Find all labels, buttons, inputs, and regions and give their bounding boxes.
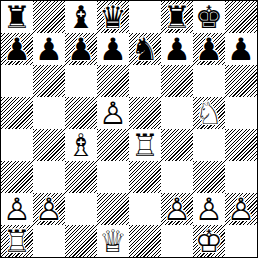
- square-f3[interactable]: [161, 161, 193, 193]
- black-pawn-icon: ♟: [161, 33, 193, 65]
- square-b6[interactable]: [33, 65, 65, 97]
- square-e8[interactable]: [129, 1, 161, 33]
- square-c7[interactable]: ♟: [65, 33, 97, 65]
- square-c3[interactable]: [65, 161, 97, 193]
- square-h3[interactable]: [225, 161, 257, 193]
- white-pawn-outline-icon: ♙: [33, 193, 65, 225]
- black-rook-icon: ♜: [161, 1, 193, 33]
- square-f6[interactable]: [161, 65, 193, 97]
- black-rook-icon: ♜: [1, 1, 33, 33]
- square-a4[interactable]: [1, 129, 33, 161]
- black-king-icon: ♚: [193, 1, 225, 33]
- square-g7[interactable]: ♟: [193, 33, 225, 65]
- square-b8[interactable]: [33, 1, 65, 33]
- white-rook-icon: ♜: [129, 129, 161, 161]
- square-d8[interactable]: ♛: [97, 1, 129, 33]
- square-e5[interactable]: [129, 97, 161, 129]
- square-f2[interactable]: ♟♙: [161, 193, 193, 225]
- square-h8[interactable]: [225, 1, 257, 33]
- square-d5[interactable]: ♟♙: [97, 97, 129, 129]
- square-f7[interactable]: ♟: [161, 33, 193, 65]
- square-h2[interactable]: ♟♙: [225, 193, 257, 225]
- white-king-outline-icon: ♔: [193, 225, 225, 257]
- square-h4[interactable]: [225, 129, 257, 161]
- square-f1[interactable]: [161, 225, 193, 257]
- square-h1[interactable]: [225, 225, 257, 257]
- white-bishop-icon: ♝: [65, 129, 97, 161]
- square-b1[interactable]: [33, 225, 65, 257]
- square-a1[interactable]: ♜♖: [1, 225, 33, 257]
- square-h5[interactable]: [225, 97, 257, 129]
- square-b2[interactable]: ♟♙: [33, 193, 65, 225]
- square-c1[interactable]: [65, 225, 97, 257]
- white-pawn-icon: ♟: [161, 193, 193, 225]
- square-e7[interactable]: ♞: [129, 33, 161, 65]
- square-d7[interactable]: ♟: [97, 33, 129, 65]
- square-g5[interactable]: ♞♘: [193, 97, 225, 129]
- square-a7[interactable]: ♟: [1, 33, 33, 65]
- square-g6[interactable]: [193, 65, 225, 97]
- square-c2[interactable]: [65, 193, 97, 225]
- white-queen-icon: ♛: [97, 225, 129, 257]
- square-b5[interactable]: [33, 97, 65, 129]
- chess-diagram: ♜♝♛♜♚♟♟♟♟♞♟♟♟♟♙♞♘♝♗♜♖♟♙♟♙♟♙♟♙♟♙♜♖♛♕♚♔: [0, 0, 258, 258]
- square-g3[interactable]: [193, 161, 225, 193]
- white-pawn-outline-icon: ♙: [193, 193, 225, 225]
- square-c5[interactable]: [65, 97, 97, 129]
- square-d4[interactable]: [97, 129, 129, 161]
- square-d6[interactable]: [97, 65, 129, 97]
- square-e2[interactable]: [129, 193, 161, 225]
- square-f8[interactable]: ♜: [161, 1, 193, 33]
- square-a5[interactable]: [1, 97, 33, 129]
- white-pawn-outline-icon: ♙: [225, 193, 257, 225]
- square-a8[interactable]: ♜: [1, 1, 33, 33]
- square-e4[interactable]: ♜♖: [129, 129, 161, 161]
- square-h7[interactable]: ♟: [225, 33, 257, 65]
- square-a3[interactable]: [1, 161, 33, 193]
- black-pawn-icon: ♟: [193, 33, 225, 65]
- white-knight-outline-icon: ♘: [193, 97, 225, 129]
- square-e1[interactable]: [129, 225, 161, 257]
- white-rook-outline-icon: ♖: [1, 225, 33, 257]
- white-pawn-outline-icon: ♙: [161, 193, 193, 225]
- white-rook-outline-icon: ♖: [129, 129, 161, 161]
- square-g2[interactable]: ♟♙: [193, 193, 225, 225]
- black-pawn-icon: ♟: [33, 33, 65, 65]
- square-f5[interactable]: [161, 97, 193, 129]
- square-c6[interactable]: [65, 65, 97, 97]
- black-pawn-icon: ♟: [97, 33, 129, 65]
- square-a6[interactable]: [1, 65, 33, 97]
- square-d1[interactable]: ♛♕: [97, 225, 129, 257]
- square-b3[interactable]: [33, 161, 65, 193]
- black-pawn-icon: ♟: [65, 33, 97, 65]
- white-pawn-icon: ♟: [1, 193, 33, 225]
- black-pawn-icon: ♟: [1, 33, 33, 65]
- square-f4[interactable]: [161, 129, 193, 161]
- square-c4[interactable]: ♝♗: [65, 129, 97, 161]
- square-g8[interactable]: ♚: [193, 1, 225, 33]
- white-pawn-icon: ♟: [97, 97, 129, 129]
- square-d3[interactable]: [97, 161, 129, 193]
- square-e6[interactable]: [129, 65, 161, 97]
- square-a2[interactable]: ♟♙: [1, 193, 33, 225]
- white-pawn-outline-icon: ♙: [1, 193, 33, 225]
- white-king-icon: ♚: [193, 225, 225, 257]
- square-h6[interactable]: [225, 65, 257, 97]
- white-pawn-icon: ♟: [193, 193, 225, 225]
- white-pawn-outline-icon: ♙: [97, 97, 129, 129]
- square-c8[interactable]: ♝: [65, 1, 97, 33]
- chess-board: ♜♝♛♜♚♟♟♟♟♞♟♟♟♟♙♞♘♝♗♜♖♟♙♟♙♟♙♟♙♟♙♜♖♛♕♚♔: [1, 1, 257, 257]
- white-rook-icon: ♜: [1, 225, 33, 257]
- black-bishop-icon: ♝: [65, 1, 97, 33]
- white-knight-icon: ♞: [193, 97, 225, 129]
- square-b4[interactable]: [33, 129, 65, 161]
- black-knight-icon: ♞: [129, 33, 161, 65]
- black-queen-icon: ♛: [97, 1, 129, 33]
- white-pawn-icon: ♟: [33, 193, 65, 225]
- square-e3[interactable]: [129, 161, 161, 193]
- white-pawn-icon: ♟: [225, 193, 257, 225]
- white-queen-outline-icon: ♕: [97, 225, 129, 257]
- square-g1[interactable]: ♚♔: [193, 225, 225, 257]
- square-g4[interactable]: [193, 129, 225, 161]
- square-d2[interactable]: [97, 193, 129, 225]
- black-pawn-icon: ♟: [225, 33, 257, 65]
- white-bishop-outline-icon: ♗: [65, 129, 97, 161]
- square-b7[interactable]: ♟: [33, 33, 65, 65]
